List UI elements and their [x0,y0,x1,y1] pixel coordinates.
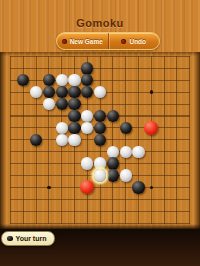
new-game-label: New Game [70,38,103,45]
stone-white [132,146,144,158]
stone-black [56,98,68,110]
status-badge: Your turn [1,231,55,246]
stone-black [68,110,80,122]
stone-white [68,134,80,146]
stone-white [94,157,106,169]
stone-black [68,122,80,134]
board-left-bevel [0,52,6,229]
stone-white-last-move [94,169,106,181]
stone-white [120,146,132,158]
stone-white [56,134,68,146]
board-right-bevel [194,52,200,229]
stone-white [107,146,119,158]
stone-black [81,62,93,74]
new-game-bullet-icon [62,39,67,44]
stone-black [107,169,119,181]
gomoku-board[interactable] [0,52,200,229]
new-game-button[interactable]: New Game [57,33,108,49]
toolbar: New Game Undo [56,32,160,50]
stone-black [68,86,80,98]
gomoku-app-screen: Gomoku New Game Undo Your turn [0,0,200,266]
star-point [150,90,154,94]
stone-black [68,98,80,110]
undo-button[interactable]: Undo [108,33,160,49]
status-label: Your turn [16,235,47,242]
page-title: Gomoku [0,17,200,29]
stone-black [107,157,119,169]
undo-label: Undo [129,38,146,45]
board-bottom-bevel [0,224,200,229]
undo-bullet-icon [121,39,126,44]
black-turn-dot-icon [7,236,13,242]
stone-white [56,122,68,134]
stone-black [132,181,144,193]
stone-white [120,169,132,181]
stone-black [120,122,132,134]
star-point [47,186,51,190]
